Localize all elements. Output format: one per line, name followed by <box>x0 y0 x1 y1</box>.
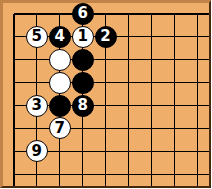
board-point <box>140 117 163 140</box>
board-point <box>140 94 163 117</box>
board-point <box>186 3 209 26</box>
board-point <box>209 94 211 117</box>
stone-black-4: 4 <box>49 26 71 48</box>
board-point <box>48 163 71 186</box>
board-point <box>48 140 71 163</box>
stone-white-3: 3 <box>26 95 48 117</box>
board-point: 5 <box>25 25 48 48</box>
board-point: 3 <box>25 94 48 117</box>
board-point <box>209 140 211 163</box>
board-point <box>71 186 94 188</box>
board-point <box>209 3 211 26</box>
board-point <box>94 140 117 163</box>
board-point <box>209 163 211 186</box>
board-point <box>117 140 140 163</box>
stone-white-5: 5 <box>26 26 48 48</box>
board-point <box>186 163 209 186</box>
board-point <box>117 94 140 117</box>
stone-label: 9 <box>32 144 42 159</box>
board-point <box>140 25 163 48</box>
stone-label: 3 <box>32 98 42 113</box>
board-point <box>163 163 186 186</box>
board-point <box>48 71 71 94</box>
stone-label: 6 <box>77 6 87 21</box>
board-point <box>48 48 71 71</box>
board-point <box>140 140 163 163</box>
board-point <box>209 25 211 48</box>
stone-black-6: 6 <box>72 3 94 25</box>
board-point <box>94 186 117 188</box>
stone-white <box>49 72 71 94</box>
go-grid: 654123879 <box>3 3 212 189</box>
board-point <box>25 48 48 71</box>
stone-black <box>49 95 71 117</box>
board-point <box>25 163 48 186</box>
board-point <box>117 71 140 94</box>
board-point <box>140 71 163 94</box>
board-point <box>163 48 186 71</box>
board-point <box>163 140 186 163</box>
board-point <box>186 71 209 94</box>
board-point <box>48 186 71 188</box>
board-point <box>117 25 140 48</box>
board-point <box>117 3 140 26</box>
board-point <box>3 140 26 163</box>
stone-white <box>49 49 71 71</box>
board-point <box>25 71 48 94</box>
board-point <box>186 117 209 140</box>
board-point <box>163 3 186 26</box>
stone-white-7: 7 <box>49 117 71 139</box>
board-point <box>3 71 26 94</box>
board-point <box>25 117 48 140</box>
stone-black <box>72 72 94 94</box>
board-point <box>3 117 26 140</box>
board-point <box>140 3 163 26</box>
stone-black-2: 2 <box>95 26 117 48</box>
board-point <box>94 48 117 71</box>
board-point <box>163 25 186 48</box>
board-point <box>186 48 209 71</box>
board-point <box>71 71 94 94</box>
board-point <box>3 94 26 117</box>
board-point <box>186 140 209 163</box>
board-point: 4 <box>48 25 71 48</box>
stone-white-1: 1 <box>72 26 94 48</box>
board-point <box>140 186 163 188</box>
board-point <box>25 186 48 188</box>
board-point <box>71 163 94 186</box>
board-point <box>94 117 117 140</box>
board-point <box>186 94 209 117</box>
board-point <box>163 186 186 188</box>
board-point: 2 <box>94 25 117 48</box>
stone-label: 8 <box>77 98 87 113</box>
board-point: 6 <box>71 3 94 26</box>
board-point <box>209 48 211 71</box>
board-point <box>94 163 117 186</box>
board-point <box>94 71 117 94</box>
stone-black-8: 8 <box>72 95 94 117</box>
board-point <box>209 186 211 188</box>
board-point <box>186 25 209 48</box>
go-board-diagram: 654123879 <box>0 0 211 188</box>
board-point <box>48 3 71 26</box>
stone-label: 2 <box>100 29 110 44</box>
board-point <box>3 3 26 26</box>
board-point <box>117 48 140 71</box>
board-point <box>3 48 26 71</box>
board-point <box>140 48 163 71</box>
board-point <box>71 48 94 71</box>
board-point <box>186 186 209 188</box>
board-point: 7 <box>48 117 71 140</box>
stone-label: 7 <box>55 121 65 136</box>
board-point: 8 <box>71 94 94 117</box>
stone-white-9: 9 <box>26 140 48 162</box>
board-point <box>117 163 140 186</box>
stone-label: 1 <box>77 29 87 44</box>
stone-label: 4 <box>55 29 65 44</box>
stone-black <box>72 49 94 71</box>
board-point <box>163 94 186 117</box>
board-point <box>71 140 94 163</box>
board-point <box>209 71 211 94</box>
board-point <box>209 117 211 140</box>
board-point <box>48 94 71 117</box>
board-point <box>117 186 140 188</box>
board-point <box>3 25 26 48</box>
board-point <box>163 117 186 140</box>
board-point <box>94 94 117 117</box>
board-point: 9 <box>25 140 48 163</box>
board-point <box>25 3 48 26</box>
board-point <box>71 117 94 140</box>
board-point <box>163 71 186 94</box>
board-point <box>117 117 140 140</box>
board-point <box>3 163 26 186</box>
board-point <box>3 186 26 188</box>
stone-label: 5 <box>32 29 42 44</box>
board-point <box>140 163 163 186</box>
board-point: 1 <box>71 25 94 48</box>
board-point <box>94 3 117 26</box>
